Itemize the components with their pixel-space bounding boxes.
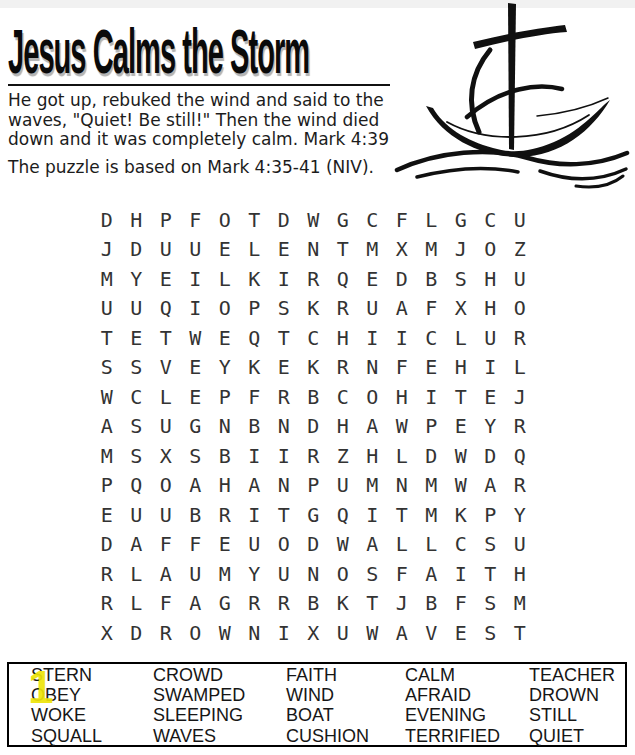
grid-cell-r1c10[interactable]: C (358, 205, 388, 235)
grid-cell-r14c1[interactable]: R (92, 589, 122, 619)
grid-cell-r13c13[interactable]: I (446, 559, 476, 589)
grid-cell-r7c12[interactable]: I (417, 382, 447, 412)
word-list-item[interactable]: WAVES (153, 726, 286, 746)
grid-cell-r11c3[interactable]: U (151, 500, 181, 530)
grid-cell-r2c4[interactable]: U (181, 235, 211, 265)
wave-2 (417, 169, 518, 177)
grid-cell-r6c2[interactable]: S (122, 353, 152, 383)
grid-cell-r7c6[interactable]: F (240, 382, 270, 412)
grid-cell-r6c14[interactable]: I (476, 353, 506, 383)
word-search-worksheet: Jesus Calms the Storm He got up, rebuked… (0, 0, 635, 755)
grid-cell-r15c13[interactable]: E (446, 618, 476, 648)
grid-cell-r6c11[interactable]: F (387, 353, 417, 383)
grid-cell-r1c5[interactable]: O (210, 205, 240, 235)
grid-cell-r5c6[interactable]: Q (240, 323, 270, 353)
grid-cell-r5c10[interactable]: I (358, 323, 388, 353)
grid-cell-r8c2[interactable]: S (122, 412, 152, 442)
grid-cell-r5c7[interactable]: T (269, 323, 299, 353)
grid-cell-r1c1[interactable]: D (92, 205, 122, 235)
grid-cell-r12c15[interactable]: U (505, 530, 535, 560)
grid-cell-r13c8[interactable]: N (299, 559, 329, 589)
word-list-item[interactable]: CROWD (153, 665, 286, 685)
grid-cell-r7c11[interactable]: H (387, 382, 417, 412)
grid-cell-r5c8[interactable]: C (299, 323, 329, 353)
grid-cell-r12c8[interactable]: D (299, 530, 329, 560)
grid-cell-r9c1[interactable]: M (92, 441, 122, 471)
word-list-column-5: TEACHERDROWNSTILLQUIET (529, 665, 625, 746)
grid-cell-r15c3[interactable]: R (151, 618, 181, 648)
grid-cell-r10c11[interactable]: N (387, 471, 417, 501)
grid-cell-r2c5[interactable]: E (210, 235, 240, 265)
grid-cell-r14c3[interactable]: F (151, 589, 181, 619)
grid-cell-r8c13[interactable]: E (446, 412, 476, 442)
grid-cell-r3c14[interactable]: H (476, 264, 506, 294)
grid-cell-r11c12[interactable]: M (417, 500, 447, 530)
word-list-item[interactable]: CALM (405, 665, 529, 685)
grid-cell-r9c8[interactable]: R (299, 441, 329, 471)
word-list-box: STERNOBEYWOKESQUALLCROWDSWAMPEDSLEEPINGW… (7, 662, 627, 747)
grid-cell-r13c2[interactable]: L (122, 559, 152, 589)
grid-cell-r13c6[interactable]: Y (240, 559, 270, 589)
grid-cell-r3c11[interactable]: D (387, 264, 417, 294)
grid-cell-r12c13[interactable]: C (446, 530, 476, 560)
grid-cell-r15c1[interactable]: X (92, 618, 122, 648)
grid-cell-r14c13[interactable]: F (446, 589, 476, 619)
grid-cell-r6c7[interactable]: E (269, 353, 299, 383)
grid-cell-r1c8[interactable]: W (299, 205, 329, 235)
grid-cell-r6c9[interactable]: R (328, 353, 358, 383)
grid-cell-r8c4[interactable]: G (181, 412, 211, 442)
word-list: STERNOBEYWOKESQUALLCROWDSWAMPEDSLEEPINGW… (9, 664, 625, 746)
grid-cell-r12c5[interactable]: E (210, 530, 240, 560)
grid-cell-r8c12[interactable]: P (417, 412, 447, 442)
grid-cell-r4c9[interactable]: R (328, 294, 358, 324)
grid-cell-r9c3[interactable]: X (151, 441, 181, 471)
grid-cell-r3c10[interactable]: E (358, 264, 388, 294)
grid-cell-r13c9[interactable]: O (328, 559, 358, 589)
grid-cell-r5c9[interactable]: H (328, 323, 358, 353)
grid-cell-r8c1[interactable]: A (92, 412, 122, 442)
word-list-item[interactable]: CUSHION (286, 726, 405, 746)
grid-cell-r8c3[interactable]: U (151, 412, 181, 442)
grid-cell-r5c11[interactable]: I (387, 323, 417, 353)
grid-cell-r3c6[interactable]: K (240, 264, 270, 294)
wave-1 (397, 152, 627, 170)
grid-cell-r2c8[interactable]: N (299, 235, 329, 265)
grid-cell-r7c2[interactable]: C (122, 382, 152, 412)
grid-cell-r12c6[interactable]: U (240, 530, 270, 560)
word-list-item[interactable]: OBEY (31, 685, 153, 705)
grid-cell-r2c2[interactable]: D (122, 235, 152, 265)
grid-cell-r12c11[interactable]: L (387, 530, 417, 560)
grid-cell-r2c14[interactable]: O (476, 235, 506, 265)
grid-cell-r8c14[interactable]: Y (476, 412, 506, 442)
grid-cell-r15c11[interactable]: A (387, 618, 417, 648)
grid-cell-r1c15[interactable]: U (505, 205, 535, 235)
grid-cell-r13c10[interactable]: S (358, 559, 388, 589)
grid-cell-r5c1[interactable]: T (92, 323, 122, 353)
word-list-column-2: CROWDSWAMPEDSLEEPINGWAVES (153, 665, 286, 746)
grid-cell-r14c11[interactable]: J (387, 589, 417, 619)
grid-cell-r9c5[interactable]: B (210, 441, 240, 471)
grid-cell-r6c12[interactable]: E (417, 353, 447, 383)
grid-cell-r1c6[interactable]: T (240, 205, 270, 235)
grid-cell-r15c15[interactable]: T (505, 618, 535, 648)
grid-cell-r14c7[interactable]: R (269, 589, 299, 619)
cross-bar (473, 25, 567, 49)
grid-cell-r11c9[interactable]: Q (328, 500, 358, 530)
grid-cell-r3c5[interactable]: L (210, 264, 240, 294)
grid-cell-r8c8[interactable]: D (299, 412, 329, 442)
grid-cell-r3c7[interactable]: I (269, 264, 299, 294)
grid-cell-r7c3[interactable]: L (151, 382, 181, 412)
grid-cell-r14c10[interactable]: T (358, 589, 388, 619)
grid-cell-r14c9[interactable]: K (328, 589, 358, 619)
grid-cell-r1c3[interactable]: P (151, 205, 181, 235)
grid-cell-r14c8[interactable]: B (299, 589, 329, 619)
grid-cell-r12c7[interactable]: O (269, 530, 299, 560)
grid-cell-r9c15[interactable]: Q (505, 441, 535, 471)
word-list-item[interactable]: SQUALL (31, 726, 153, 746)
grid-cell-r4c13[interactable]: X (446, 294, 476, 324)
grid-cell-r1c14[interactable]: C (476, 205, 506, 235)
grid-cell-r12c10[interactable]: A (358, 530, 388, 560)
grid-cell-r2c9[interactable]: T (328, 235, 358, 265)
grid-cell-r4c7[interactable]: S (269, 294, 299, 324)
grid-cell-r14c15[interactable]: M (505, 589, 535, 619)
grid-cell-r11c7[interactable]: T (269, 500, 299, 530)
word-list-item[interactable]: STILL (529, 705, 625, 725)
title-underline (8, 84, 390, 86)
word-list-item[interactable]: STERN (31, 665, 153, 685)
grid-cell-r15c7[interactable]: I (269, 618, 299, 648)
grid-cell-r10c5[interactable]: H (210, 471, 240, 501)
word-list-item[interactable]: AFRAID (405, 685, 529, 705)
grid-cell-r10c2[interactable]: Q (122, 471, 152, 501)
grid-cell-r15c4[interactable]: O (181, 618, 211, 648)
grid-cell-r14c14[interactable]: S (476, 589, 506, 619)
grid-cell-r10c13[interactable]: W (446, 471, 476, 501)
grid-cell-r15c2[interactable]: D (122, 618, 152, 648)
grid-cell-r2c12[interactable]: M (417, 235, 447, 265)
grid-cell-r4c2[interactable]: U (122, 294, 152, 324)
puzzle-source-note: The puzzle is based on Mark 4:35-41 (NIV… (8, 157, 400, 177)
grid-cell-r5c2[interactable]: E (122, 323, 152, 353)
grid-cell-r6c6[interactable]: K (240, 353, 270, 383)
grid-cell-r2c13[interactable]: J (446, 235, 476, 265)
grid-cell-r4c14[interactable]: H (476, 294, 506, 324)
grid-cell-r6c5[interactable]: Y (210, 353, 240, 383)
grid-cell-r2c1[interactable]: J (92, 235, 122, 265)
grid-cell-r4c5[interactable]: O (210, 294, 240, 324)
grid-cell-r11c5[interactable]: R (210, 500, 240, 530)
grid-cell-r8c9[interactable]: H (328, 412, 358, 442)
grid-cell-r12c2[interactable]: A (122, 530, 152, 560)
grid-cell-r11c15[interactable]: Y (505, 500, 535, 530)
word-list-item[interactable]: TEACHER (529, 665, 625, 685)
grid-cell-r1c12[interactable]: L (417, 205, 447, 235)
grid-cell-r10c3[interactable]: O (151, 471, 181, 501)
grid-cell-r2c6[interactable]: L (240, 235, 270, 265)
grid-cell-r10c6[interactable]: A (240, 471, 270, 501)
grid-cell-r6c1[interactable]: S (92, 353, 122, 383)
grid-cell-r4c15[interactable]: O (505, 294, 535, 324)
grid-cell-r3c8[interactable]: R (299, 264, 329, 294)
grid-cell-r11c11[interactable]: T (387, 500, 417, 530)
grid-cell-r6c3[interactable]: V (151, 353, 181, 383)
grid-cell-r7c5[interactable]: P (210, 382, 240, 412)
grid-cell-r2c10[interactable]: M (358, 235, 388, 265)
grid-cell-r12c3[interactable]: F (151, 530, 181, 560)
grid-cell-r9c2[interactable]: S (122, 441, 152, 471)
grid-cell-r7c15[interactable]: J (505, 382, 535, 412)
grid-cell-r13c11[interactable]: F (387, 559, 417, 589)
grid-cell-r3c12[interactable]: B (417, 264, 447, 294)
grid-cell-r6c15[interactable]: L (505, 353, 535, 383)
verse-text: He got up, rebuked the wind and said to … (8, 91, 400, 150)
grid-cell-r3c13[interactable]: S (446, 264, 476, 294)
grid-cell-r7c7[interactable]: R (269, 382, 299, 412)
word-list-column-1: STERNOBEYWOKESQUALL (31, 665, 153, 746)
grid-cell-r3c1[interactable]: M (92, 264, 122, 294)
grid-cell-r1c13[interactable]: G (446, 205, 476, 235)
grid-cell-r15c12[interactable]: V (417, 618, 447, 648)
grid-cell-r12c4[interactable]: F (181, 530, 211, 560)
grid-cell-r15c5[interactable]: W (210, 618, 240, 648)
grid-cell-r13c5[interactable]: M (210, 559, 240, 589)
grid-cell-r10c1[interactable]: P (92, 471, 122, 501)
word-list-column-3: FAITHWINDBOATCUSHION (286, 665, 405, 746)
hull (426, 100, 610, 157)
grid-cell-r11c13[interactable]: K (446, 500, 476, 530)
grid-cell-r9c7[interactable]: I (269, 441, 299, 471)
grid-cell-r1c2[interactable]: H (122, 205, 152, 235)
grid-cell-r7c8[interactable]: B (299, 382, 329, 412)
grid-cell-r7c14[interactable]: E (476, 382, 506, 412)
grid-cell-r13c14[interactable]: T (476, 559, 506, 589)
grid-cell-r8c10[interactable]: A (358, 412, 388, 442)
word-list-item[interactable]: SWAMPED (153, 685, 286, 705)
sail-curve (471, 50, 490, 132)
grid-cell-r10c14[interactable]: A (476, 471, 506, 501)
grid-cell-r14c5[interactable]: G (210, 589, 240, 619)
grid-cell-r10c12[interactable]: M (417, 471, 447, 501)
grid-cell-r12c12[interactable]: L (417, 530, 447, 560)
word-list-item[interactable]: DROWN (529, 685, 625, 705)
grid-cell-r11c4[interactable]: B (181, 500, 211, 530)
grid-cell-r3c9[interactable]: Q (328, 264, 358, 294)
word-list-column-4: CALMAFRAIDEVENINGTERRIFIED (405, 665, 529, 746)
grid-cell-r3c4[interactable]: I (181, 264, 211, 294)
grid-cell-r1c4[interactable]: F (181, 205, 211, 235)
grid-cell-r13c1[interactable]: R (92, 559, 122, 589)
grid-cell-r14c4[interactable]: A (181, 589, 211, 619)
grid-cell-r15c9[interactable]: U (328, 618, 358, 648)
grid-cell-r9c11[interactable]: L (387, 441, 417, 471)
grid-cell-r12c9[interactable]: W (328, 530, 358, 560)
word-list-item[interactable]: FAITH (286, 665, 405, 685)
grid-cell-r13c4[interactable]: U (181, 559, 211, 589)
grid-cell-r9c6[interactable]: I (240, 441, 270, 471)
grid-cell-r6c4[interactable]: E (181, 353, 211, 383)
grid-cell-r2c15[interactable]: Z (505, 235, 535, 265)
grid-cell-r10c10[interactable]: M (358, 471, 388, 501)
grid-cell-r4c6[interactable]: P (240, 294, 270, 324)
grid-cell-r15c10[interactable]: W (358, 618, 388, 648)
grid-cell-r3c2[interactable]: Y (122, 264, 152, 294)
word-list-item[interactable]: WOKE (31, 705, 153, 725)
grid-cell-r4c3[interactable]: Q (151, 294, 181, 324)
grid-cell-r6c8[interactable]: K (299, 353, 329, 383)
grid-cell-r7c13[interactable]: T (446, 382, 476, 412)
grid-cell-r11c10[interactable]: I (358, 500, 388, 530)
grid-cell-r5c14[interactable]: U (476, 323, 506, 353)
grid-cell-r15c6[interactable]: N (240, 618, 270, 648)
grid-cell-r13c7[interactable]: U (269, 559, 299, 589)
grid-cell-r2c3[interactable]: U (151, 235, 181, 265)
grid-cell-r9c14[interactable]: D (476, 441, 506, 471)
grid-cell-r14c6[interactable]: R (240, 589, 270, 619)
grid-cell-r2c11[interactable]: X (387, 235, 417, 265)
word-search-grid[interactable]: DHPFOTDWGCFLGCUJDUUELENTMXMJOZMYEILKIRQE… (92, 205, 535, 648)
grid-cell-r10c9[interactable]: U (328, 471, 358, 501)
grid-cell-r8c7[interactable]: N (269, 412, 299, 442)
grid-cell-r9c9[interactable]: Z (328, 441, 358, 471)
grid-cell-r4c1[interactable]: U (92, 294, 122, 324)
grid-cell-r15c8[interactable]: X (299, 618, 329, 648)
grid-cell-r8c5[interactable]: N (210, 412, 240, 442)
wave-3 (540, 169, 626, 179)
grid-cell-r14c2[interactable]: L (122, 589, 152, 619)
grid-cell-r9c12[interactable]: D (417, 441, 447, 471)
grid-cell-r4c10[interactable]: U (358, 294, 388, 324)
word-list-item[interactable]: EVENING (405, 705, 529, 725)
grid-cell-r5c13[interactable]: L (446, 323, 476, 353)
mast (508, 3, 516, 150)
grid-cell-r11c1[interactable]: E (92, 500, 122, 530)
grid-cell-r13c12[interactable]: A (417, 559, 447, 589)
grid-cell-r10c15[interactable]: R (505, 471, 535, 501)
grid-cell-r8c11[interactable]: W (387, 412, 417, 442)
grid-cell-r12c1[interactable]: D (92, 530, 122, 560)
grid-cell-r6c13[interactable]: H (446, 353, 476, 383)
grid-cell-r9c13[interactable]: W (446, 441, 476, 471)
grid-cell-r4c4[interactable]: I (181, 294, 211, 324)
grid-cell-r11c8[interactable]: G (299, 500, 329, 530)
grid-cell-r10c8[interactable]: P (299, 471, 329, 501)
grid-cell-r8c15[interactable]: R (505, 412, 535, 442)
grid-cell-r15c14[interactable]: S (476, 618, 506, 648)
grid-cell-r5c4[interactable]: W (181, 323, 211, 353)
word-list-item[interactable]: WIND (286, 685, 405, 705)
grid-cell-r4c8[interactable]: K (299, 294, 329, 324)
grid-cell-r7c9[interactable]: C (328, 382, 358, 412)
grid-cell-r9c4[interactable]: S (181, 441, 211, 471)
grid-cell-r9c10[interactable]: H (358, 441, 388, 471)
grid-cell-r8c6[interactable]: B (240, 412, 270, 442)
grid-cell-r2c7[interactable]: E (269, 235, 299, 265)
grid-cell-r11c2[interactable]: U (122, 500, 152, 530)
grid-cell-r1c9[interactable]: G (328, 205, 358, 235)
grid-cell-r4c11[interactable]: A (387, 294, 417, 324)
word-list-item[interactable]: TERRIFIED (405, 726, 529, 746)
grid-cell-r13c3[interactable]: A (151, 559, 181, 589)
grid-cell-r7c4[interactable]: E (181, 382, 211, 412)
word-list-item[interactable]: QUIET (529, 726, 625, 746)
grid-cell-r1c7[interactable]: D (269, 205, 299, 235)
page-title: Jesus Calms the Storm (8, 20, 309, 83)
grid-cell-r11c6[interactable]: I (240, 500, 270, 530)
grid-cell-r10c4[interactable]: A (181, 471, 211, 501)
grid-cell-r5c3[interactable]: T (151, 323, 181, 353)
grid-cell-r13c15[interactable]: H (505, 559, 535, 589)
sailboat-cross-icon (390, 0, 635, 190)
grid-cell-r14c12[interactable]: B (417, 589, 447, 619)
grid-cell-r5c15[interactable]: R (505, 323, 535, 353)
grid-cell-r6c10[interactable]: N (358, 353, 388, 383)
grid-cell-r3c15[interactable]: U (505, 264, 535, 294)
grid-cell-r3c3[interactable]: E (151, 264, 181, 294)
grid-cell-r5c12[interactable]: C (417, 323, 447, 353)
grid-cell-r7c1[interactable]: W (92, 382, 122, 412)
grid-cell-r1c11[interactable]: F (387, 205, 417, 235)
grid-cell-r12c14[interactable]: S (476, 530, 506, 560)
grid-cell-r5c5[interactable]: E (210, 323, 240, 353)
word-list-item[interactable]: BOAT (286, 705, 405, 725)
grid-cell-r10c7[interactable]: N (269, 471, 299, 501)
grid-cell-r11c14[interactable]: P (476, 500, 506, 530)
grid-cell-r4c12[interactable]: F (417, 294, 447, 324)
grid-cell-r7c10[interactable]: O (358, 382, 388, 412)
word-list-item[interactable]: SLEEPING (153, 705, 286, 725)
